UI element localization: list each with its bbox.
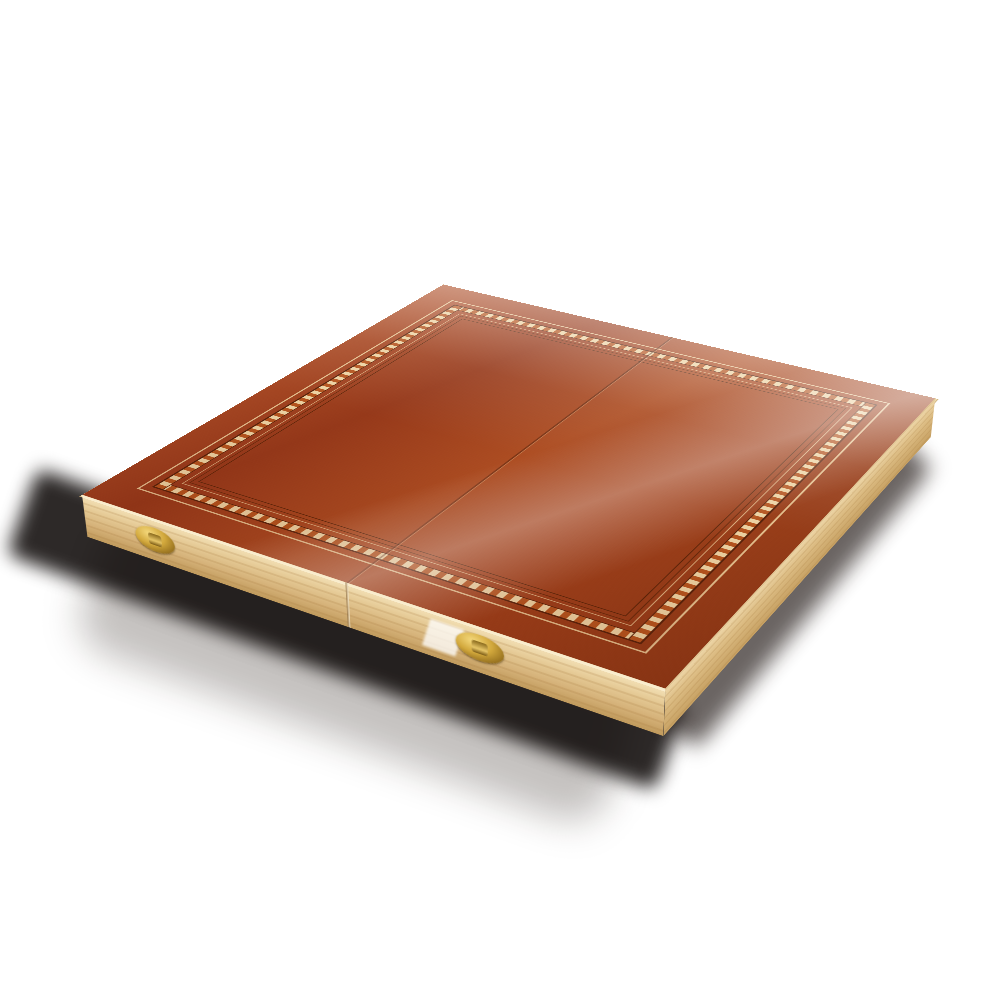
chess-board — [82, 284, 935, 688]
product-photo — [0, 0, 1000, 1000]
